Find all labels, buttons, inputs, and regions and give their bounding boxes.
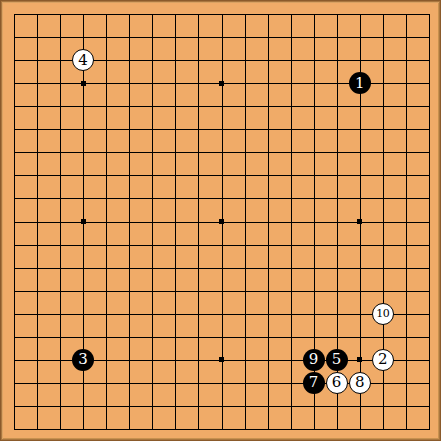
stone-black-5[interactable]: 5 bbox=[326, 349, 348, 371]
stone-number: 8 bbox=[355, 375, 365, 390]
stone-number: 1 bbox=[355, 76, 365, 91]
stone-number: 6 bbox=[332, 375, 342, 390]
stone-number: 9 bbox=[309, 352, 319, 367]
stone-number: 4 bbox=[78, 53, 88, 68]
stone-black-9[interactable]: 9 bbox=[303, 349, 325, 371]
star-point bbox=[357, 357, 362, 362]
stone-white-2[interactable]: 2 bbox=[372, 349, 394, 371]
stone-white-8[interactable]: 8 bbox=[349, 372, 371, 394]
stone-number: 7 bbox=[309, 375, 319, 390]
star-point bbox=[219, 357, 224, 362]
stone-number: 5 bbox=[332, 352, 342, 367]
stone-number: 2 bbox=[378, 352, 388, 367]
stone-number: 10 bbox=[376, 308, 389, 319]
stone-white-4[interactable]: 4 bbox=[72, 49, 94, 71]
star-point bbox=[357, 219, 362, 224]
stone-white-6[interactable]: 6 bbox=[326, 372, 348, 394]
stone-black-3[interactable]: 3 bbox=[72, 349, 94, 371]
stone-black-1[interactable]: 1 bbox=[349, 72, 371, 94]
star-point bbox=[219, 81, 224, 86]
go-board[interactable]: 12345678910 bbox=[0, 0, 441, 441]
stone-number: 3 bbox=[78, 352, 88, 367]
stone-white-10[interactable]: 10 bbox=[372, 303, 394, 325]
star-point bbox=[81, 219, 86, 224]
star-point bbox=[81, 81, 86, 86]
stones-grid: 12345678910 bbox=[2, 2, 440, 440]
stone-black-7[interactable]: 7 bbox=[303, 372, 325, 394]
star-point bbox=[219, 219, 224, 224]
